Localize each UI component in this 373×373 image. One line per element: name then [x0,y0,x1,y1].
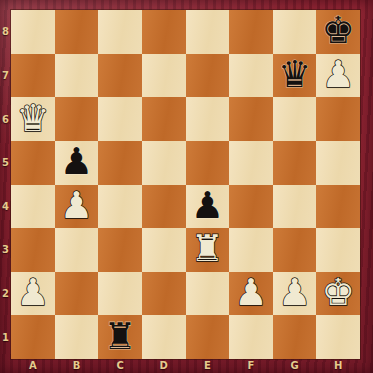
square-g6[interactable] [273,97,317,141]
square-h6[interactable] [316,97,360,141]
square-d3[interactable] [142,228,186,272]
file-label-a: A [11,359,55,373]
square-b6[interactable] [55,97,99,141]
square-g2[interactable]: ♟ [273,272,317,316]
square-f1[interactable] [229,315,273,359]
square-f2[interactable]: ♟ [229,272,273,316]
square-e6[interactable] [186,97,230,141]
square-d2[interactable] [142,272,186,316]
square-g7[interactable]: ♛ [273,54,317,98]
square-a7[interactable] [11,54,55,98]
white-pawn[interactable]: ♟ [322,56,355,93]
square-d5[interactable] [142,141,186,185]
square-e5[interactable] [186,141,230,185]
black-pawn[interactable]: ♟ [191,187,224,224]
black-rook[interactable]: ♜ [103,318,136,355]
square-d6[interactable] [142,97,186,141]
square-c5[interactable] [98,141,142,185]
square-h8[interactable]: ♚ [316,10,360,54]
square-f4[interactable] [229,185,273,229]
square-d7[interactable] [142,54,186,98]
white-pawn[interactable]: ♟ [16,274,49,311]
square-b8[interactable] [55,10,99,54]
white-pawn[interactable]: ♟ [278,274,311,311]
square-f5[interactable] [229,141,273,185]
white-pawn[interactable]: ♟ [234,274,267,311]
rank-label-5: 5 [0,141,11,185]
rank-label-3: 3 [0,228,11,272]
square-d8[interactable] [142,10,186,54]
square-c7[interactable] [98,54,142,98]
white-rook[interactable]: ♜ [191,230,224,267]
square-e3[interactable]: ♜ [186,228,230,272]
square-f3[interactable] [229,228,273,272]
file-label-h: H [316,359,360,373]
square-g5[interactable] [273,141,317,185]
square-h7[interactable]: ♟ [316,54,360,98]
square-b2[interactable] [55,272,99,316]
square-e1[interactable] [186,315,230,359]
file-label-b: B [55,359,99,373]
chess-board: ♚♛♟♛♟♟♟♜♟♟♟♚♜ [11,10,360,359]
white-king[interactable]: ♚ [322,274,355,311]
square-g4[interactable] [273,185,317,229]
square-a5[interactable] [11,141,55,185]
rank-label-6: 6 [0,97,11,141]
file-label-d: D [142,359,186,373]
black-queen[interactable]: ♛ [278,56,311,93]
square-a2[interactable]: ♟ [11,272,55,316]
square-g1[interactable] [273,315,317,359]
file-label-g: G [273,359,317,373]
rank-label-8: 8 [0,10,11,54]
square-d1[interactable] [142,315,186,359]
file-labels: ABCDEFGH [11,359,360,373]
square-h2[interactable]: ♚ [316,272,360,316]
white-queen[interactable]: ♛ [16,100,49,137]
black-pawn[interactable]: ♟ [60,143,93,180]
square-c4[interactable] [98,185,142,229]
square-e8[interactable] [186,10,230,54]
rank-label-7: 7 [0,54,11,98]
square-e4[interactable]: ♟ [186,185,230,229]
square-h1[interactable] [316,315,360,359]
file-label-e: E [186,359,230,373]
square-c6[interactable] [98,97,142,141]
square-g8[interactable] [273,10,317,54]
black-king[interactable]: ♚ [322,12,355,49]
square-a6[interactable]: ♛ [11,97,55,141]
square-b1[interactable] [55,315,99,359]
square-h4[interactable] [316,185,360,229]
square-h3[interactable] [316,228,360,272]
file-label-c: C [98,359,142,373]
square-b3[interactable] [55,228,99,272]
square-g3[interactable] [273,228,317,272]
square-f6[interactable] [229,97,273,141]
rank-label-2: 2 [0,272,11,316]
square-c1[interactable]: ♜ [98,315,142,359]
square-f8[interactable] [229,10,273,54]
square-a3[interactable] [11,228,55,272]
rank-label-1: 1 [0,315,11,359]
square-a1[interactable] [11,315,55,359]
square-a8[interactable] [11,10,55,54]
square-c3[interactable] [98,228,142,272]
square-a4[interactable] [11,185,55,229]
square-b4[interactable]: ♟ [55,185,99,229]
square-e2[interactable] [186,272,230,316]
white-pawn[interactable]: ♟ [60,187,93,224]
square-h5[interactable] [316,141,360,185]
square-c8[interactable] [98,10,142,54]
rank-labels: 87654321 [0,10,11,359]
file-label-f: F [229,359,273,373]
square-d4[interactable] [142,185,186,229]
square-b7[interactable] [55,54,99,98]
rank-label-4: 4 [0,185,11,229]
square-e7[interactable] [186,54,230,98]
chess-board-frame: 87654321 ♚♛♟♛♟♟♟♜♟♟♟♚♜ ABCDEFGH [0,0,373,373]
square-f7[interactable] [229,54,273,98]
square-c2[interactable] [98,272,142,316]
square-b5[interactable]: ♟ [55,141,99,185]
